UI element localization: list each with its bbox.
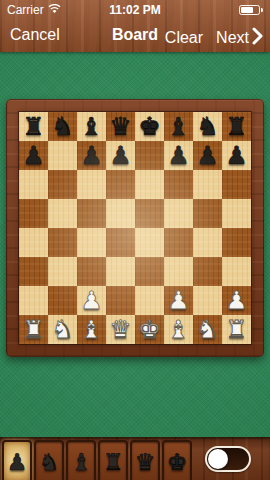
square-d2[interactable] <box>106 286 135 315</box>
chevron-right-icon <box>252 27 263 49</box>
square-a3[interactable] <box>19 257 48 286</box>
square-a6[interactable] <box>19 170 48 199</box>
black-pawn: ♟ <box>80 141 102 170</box>
black-knight-icon: ♞ <box>39 443 60 480</box>
square-g7[interactable]: ♟ <box>193 141 222 170</box>
chess-board: ♜♞♝♛♚♝♞♜♟♟♟♟♟♟♟♟♟♜♞♝♛♚♝♞♜ <box>6 99 264 357</box>
black-bishop-icon: ♝ <box>71 443 92 480</box>
square-b8[interactable]: ♞ <box>48 112 77 141</box>
square-c5[interactable] <box>77 199 106 228</box>
square-a1[interactable]: ♜ <box>19 315 48 344</box>
battery-fill <box>241 7 253 13</box>
square-b3[interactable] <box>48 257 77 286</box>
black-queen: ♛ <box>109 112 131 141</box>
clear-button[interactable]: Clear <box>165 29 203 47</box>
square-c8[interactable]: ♝ <box>77 112 106 141</box>
white-king: ♚ <box>138 315 160 344</box>
square-b5[interactable] <box>48 199 77 228</box>
square-d6[interactable] <box>106 170 135 199</box>
black-king-icon: ♚ <box>167 443 188 480</box>
white-bishop: ♝ <box>167 315 189 344</box>
white-knight: ♞ <box>51 315 73 344</box>
square-d4[interactable] <box>106 228 135 257</box>
square-e8[interactable]: ♚ <box>135 112 164 141</box>
square-b1[interactable]: ♞ <box>48 315 77 344</box>
black-pawn: ♟ <box>22 141 44 170</box>
square-c2[interactable]: ♟ <box>77 286 106 315</box>
square-d8[interactable]: ♛ <box>106 112 135 141</box>
black-knight: ♞ <box>51 112 73 141</box>
square-a5[interactable] <box>19 199 48 228</box>
white-pawn: ♟ <box>167 286 189 315</box>
square-a2[interactable] <box>19 286 48 315</box>
square-f2[interactable]: ♟ <box>164 286 193 315</box>
square-g4[interactable] <box>193 228 222 257</box>
square-h7[interactable]: ♟ <box>222 141 251 170</box>
black-pawn-icon: ♟ <box>7 443 28 480</box>
tray-cell-black-pawn[interactable]: ♟ <box>2 440 32 480</box>
nav-bar: Cancel Board Clear Next <box>0 20 270 52</box>
square-g8[interactable]: ♞ <box>193 112 222 141</box>
board-grid: ♜♞♝♛♚♝♞♜♟♟♟♟♟♟♟♟♟♜♞♝♛♚♝♞♜ <box>19 112 251 344</box>
square-g6[interactable] <box>193 170 222 199</box>
square-c4[interactable] <box>77 228 106 257</box>
white-bishop: ♝ <box>80 315 102 344</box>
square-e7[interactable] <box>135 141 164 170</box>
square-e6[interactable] <box>135 170 164 199</box>
square-b2[interactable] <box>48 286 77 315</box>
square-b7[interactable] <box>48 141 77 170</box>
square-d3[interactable] <box>106 257 135 286</box>
next-button[interactable]: Next <box>216 26 263 49</box>
square-f6[interactable] <box>164 170 193 199</box>
black-rook: ♜ <box>22 112 44 141</box>
square-c1[interactable]: ♝ <box>77 315 106 344</box>
square-d7[interactable]: ♟ <box>106 141 135 170</box>
wifi-icon <box>48 3 61 17</box>
square-f8[interactable]: ♝ <box>164 112 193 141</box>
black-king: ♚ <box>138 112 160 141</box>
square-h5[interactable] <box>222 199 251 228</box>
square-a4[interactable] <box>19 228 48 257</box>
carrier-group: Carrier <box>7 3 61 17</box>
square-c3[interactable] <box>77 257 106 286</box>
square-g1[interactable]: ♞ <box>193 315 222 344</box>
square-b4[interactable] <box>48 228 77 257</box>
next-button-label: Next <box>216 29 249 47</box>
cancel-button[interactable]: Cancel <box>10 26 60 44</box>
black-pawn: ♟ <box>196 141 218 170</box>
square-f7[interactable]: ♟ <box>164 141 193 170</box>
square-d1[interactable]: ♛ <box>106 315 135 344</box>
square-e2[interactable] <box>135 286 164 315</box>
square-f5[interactable] <box>164 199 193 228</box>
square-c6[interactable] <box>77 170 106 199</box>
square-f1[interactable]: ♝ <box>164 315 193 344</box>
black-pawn: ♟ <box>225 141 247 170</box>
black-rook-icon: ♜ <box>103 443 124 480</box>
square-b6[interactable] <box>48 170 77 199</box>
black-pawn: ♟ <box>167 141 189 170</box>
square-c7[interactable]: ♟ <box>77 141 106 170</box>
square-e1[interactable]: ♚ <box>135 315 164 344</box>
black-knight: ♞ <box>196 112 218 141</box>
square-h6[interactable] <box>222 170 251 199</box>
tray-cell-black-rook[interactable]: ♜ <box>98 440 128 480</box>
square-d5[interactable] <box>106 199 135 228</box>
black-queen-icon: ♛ <box>135 443 156 480</box>
tray-cell-black-bishop[interactable]: ♝ <box>66 440 96 480</box>
white-rook: ♜ <box>22 315 44 344</box>
square-h3[interactable] <box>222 257 251 286</box>
square-g2[interactable] <box>193 286 222 315</box>
white-pawn: ♟ <box>80 286 102 315</box>
piece-color-toggle[interactable] <box>205 446 251 472</box>
carrier-label: Carrier <box>7 3 44 17</box>
square-h8[interactable]: ♜ <box>222 112 251 141</box>
white-queen: ♛ <box>109 315 131 344</box>
black-pawn: ♟ <box>109 141 131 170</box>
square-h1[interactable]: ♜ <box>222 315 251 344</box>
toggle-knob <box>208 449 228 469</box>
square-e5[interactable] <box>135 199 164 228</box>
battery-icon <box>239 5 260 15</box>
black-bishop: ♝ <box>80 112 102 141</box>
status-bar: 11:02 PM Carrier <box>0 0 270 20</box>
black-bishop: ♝ <box>167 112 189 141</box>
square-e4[interactable] <box>135 228 164 257</box>
white-rook: ♜ <box>225 315 247 344</box>
black-rook: ♜ <box>225 112 247 141</box>
square-g5[interactable] <box>193 199 222 228</box>
white-pawn: ♟ <box>225 286 247 315</box>
nav-right-group: Clear Next <box>165 26 263 49</box>
square-a7[interactable]: ♟ <box>19 141 48 170</box>
white-knight: ♞ <box>196 315 218 344</box>
tray-cell-black-king[interactable]: ♚ <box>162 440 192 480</box>
square-a8[interactable]: ♜ <box>19 112 48 141</box>
square-h2[interactable]: ♟ <box>222 286 251 315</box>
tray-cell-black-knight[interactable]: ♞ <box>34 440 64 480</box>
square-e3[interactable] <box>135 257 164 286</box>
phone-screen: 11:02 PM Carrier Cancel Board Clear <box>0 0 270 480</box>
square-f4[interactable] <box>164 228 193 257</box>
tray-cell-black-queen[interactable]: ♛ <box>130 440 160 480</box>
square-f3[interactable] <box>164 257 193 286</box>
square-g3[interactable] <box>193 257 222 286</box>
top-bar: 11:02 PM Carrier Cancel Board Clear <box>0 0 270 52</box>
square-h4[interactable] <box>222 228 251 257</box>
